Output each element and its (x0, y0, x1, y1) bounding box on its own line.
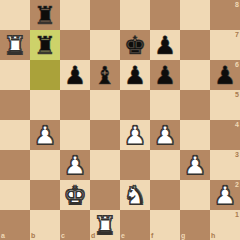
square-h4[interactable]: 4 (210, 120, 240, 150)
chess-board: ♜8♜♜♚♟7♟♝♟♟♟65♟♟♟4♟♟3♚♞♟2abc♜defg1h (0, 0, 240, 240)
square-h1[interactable]: 1h (210, 210, 240, 240)
square-f3[interactable] (150, 150, 180, 180)
piece-white-rook[interactable]: ♜ (90, 210, 120, 240)
piece-black-king[interactable]: ♚ (120, 30, 150, 60)
square-h3[interactable]: 3 (210, 150, 240, 180)
square-h7[interactable]: 7 (210, 30, 240, 60)
square-f1[interactable]: f (150, 210, 180, 240)
piece-black-bishop[interactable]: ♝ (90, 60, 120, 90)
square-b7[interactable]: ♜ (30, 30, 60, 60)
piece-black-rook[interactable]: ♜ (30, 30, 60, 60)
square-a5[interactable] (0, 90, 30, 120)
square-a2[interactable] (0, 180, 30, 210)
square-g1[interactable]: g (180, 210, 210, 240)
square-e5[interactable] (120, 90, 150, 120)
piece-white-pawn[interactable]: ♟ (150, 120, 180, 150)
square-b1[interactable]: b (30, 210, 60, 240)
square-h6[interactable]: ♟6 (210, 60, 240, 90)
rank-label-4: 4 (235, 121, 239, 128)
square-e8[interactable] (120, 0, 150, 30)
square-h2[interactable]: ♟2 (210, 180, 240, 210)
piece-white-pawn[interactable]: ♟ (180, 150, 210, 180)
square-f4[interactable]: ♟ (150, 120, 180, 150)
square-b3[interactable] (30, 150, 60, 180)
piece-black-pawn[interactable]: ♟ (60, 60, 90, 90)
piece-white-pawn[interactable]: ♟ (120, 120, 150, 150)
square-c4[interactable] (60, 120, 90, 150)
rank-label-8: 8 (235, 1, 239, 8)
square-e4[interactable]: ♟ (120, 120, 150, 150)
rank-label-7: 7 (235, 31, 239, 38)
piece-white-rook[interactable]: ♜ (0, 30, 30, 60)
piece-white-pawn[interactable]: ♟ (210, 180, 240, 210)
piece-white-king[interactable]: ♚ (60, 180, 90, 210)
square-b5[interactable] (30, 90, 60, 120)
square-b6[interactable] (30, 60, 60, 90)
square-c2[interactable]: ♚ (60, 180, 90, 210)
square-f8[interactable] (150, 0, 180, 30)
square-g2[interactable] (180, 180, 210, 210)
square-g7[interactable] (180, 30, 210, 60)
piece-white-knight[interactable]: ♞ (120, 180, 150, 210)
file-label-b: b (31, 232, 35, 239)
file-label-a: a (1, 232, 5, 239)
square-d7[interactable] (90, 30, 120, 60)
piece-white-pawn[interactable]: ♟ (30, 120, 60, 150)
square-e7[interactable]: ♚ (120, 30, 150, 60)
piece-black-pawn[interactable]: ♟ (150, 60, 180, 90)
file-label-g: g (181, 232, 185, 239)
rank-label-3: 3 (235, 151, 239, 158)
square-b8[interactable]: ♜ (30, 0, 60, 30)
square-d2[interactable] (90, 180, 120, 210)
piece-black-pawn[interactable]: ♟ (120, 60, 150, 90)
square-d4[interactable] (90, 120, 120, 150)
square-g8[interactable] (180, 0, 210, 30)
square-c8[interactable] (60, 0, 90, 30)
rank-label-5: 5 (235, 91, 239, 98)
square-d6[interactable]: ♝ (90, 60, 120, 90)
square-e2[interactable]: ♞ (120, 180, 150, 210)
square-c6[interactable]: ♟ (60, 60, 90, 90)
piece-black-rook[interactable]: ♜ (30, 0, 60, 30)
square-a7[interactable]: ♜ (0, 30, 30, 60)
square-h8[interactable]: 8 (210, 0, 240, 30)
square-e6[interactable]: ♟ (120, 60, 150, 90)
square-e3[interactable] (120, 150, 150, 180)
square-c3[interactable]: ♟ (60, 150, 90, 180)
square-f5[interactable] (150, 90, 180, 120)
rank-label-1: 1 (235, 211, 239, 218)
piece-black-pawn[interactable]: ♟ (150, 30, 180, 60)
square-b2[interactable] (30, 180, 60, 210)
square-c7[interactable] (60, 30, 90, 60)
file-label-c: c (61, 232, 65, 239)
square-g5[interactable] (180, 90, 210, 120)
square-g4[interactable] (180, 120, 210, 150)
square-a3[interactable] (0, 150, 30, 180)
square-d5[interactable] (90, 90, 120, 120)
square-f7[interactable]: ♟ (150, 30, 180, 60)
square-e1[interactable]: e (120, 210, 150, 240)
square-d8[interactable] (90, 0, 120, 30)
square-c1[interactable]: c (60, 210, 90, 240)
file-label-f: f (151, 232, 153, 239)
square-d1[interactable]: ♜d (90, 210, 120, 240)
square-b4[interactable]: ♟ (30, 120, 60, 150)
file-label-h: h (211, 232, 215, 239)
square-h5[interactable]: 5 (210, 90, 240, 120)
square-f6[interactable]: ♟ (150, 60, 180, 90)
square-g6[interactable] (180, 60, 210, 90)
square-a8[interactable] (0, 0, 30, 30)
square-a1[interactable]: a (0, 210, 30, 240)
square-g3[interactable]: ♟ (180, 150, 210, 180)
piece-black-pawn[interactable]: ♟ (210, 60, 240, 90)
square-a4[interactable] (0, 120, 30, 150)
piece-white-pawn[interactable]: ♟ (60, 150, 90, 180)
square-d3[interactable] (90, 150, 120, 180)
square-f2[interactable] (150, 180, 180, 210)
square-a6[interactable] (0, 60, 30, 90)
square-c5[interactable] (60, 90, 90, 120)
file-label-e: e (121, 232, 125, 239)
